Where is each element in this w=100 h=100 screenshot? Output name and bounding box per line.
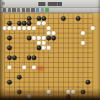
stone-black [27,55,32,60]
stone-white [71,90,76,95]
stone-white [22,65,27,70]
star-point [19,87,20,88]
stone-white [46,46,51,51]
stone-white [46,26,51,31]
star-point [48,57,49,58]
stone-black [66,95,71,100]
stone-white [51,31,56,36]
stone-white [7,65,12,70]
stone-black [32,55,37,60]
stone-black [76,16,81,21]
toolbar-icon-10[interactable] [45,8,48,11]
stone-white [37,21,42,26]
stone-white [81,41,86,46]
app-window: ███ – ████ ██ [0,0,100,100]
stone-white [32,65,37,70]
stone-white [37,41,42,46]
stone-white [27,95,32,100]
stone-white [42,41,47,46]
go-board[interactable] [0,13,100,100]
stone-black [7,21,12,26]
stone-black [51,36,56,41]
stone-white [42,46,47,51]
stone-black [46,36,51,41]
stone-white [81,31,86,36]
stone-black [27,36,32,41]
window-title: ███ – ████ ██ [38,2,61,6]
stone-black [61,16,66,21]
stone-black [7,46,12,51]
toolbar-icon-9[interactable] [41,8,44,11]
toolbar-icon-8[interactable] [36,8,39,11]
stone-black [27,21,32,26]
star-point [78,57,79,58]
stone-white [42,36,47,41]
star-point [78,28,79,29]
stone-white [91,26,96,31]
go-board-svg[interactable] [0,13,100,100]
stone-black [37,16,42,21]
stone-white [32,26,37,31]
stone-white [46,90,51,95]
stone-white [46,31,51,36]
move-marker [37,66,44,71]
toolbar-icon-6[interactable] [26,8,29,11]
stone-white [2,26,7,31]
stone-white [27,26,32,31]
toolbar-icon-7[interactable] [31,8,34,11]
stone-black [42,16,47,21]
stone-black [37,46,42,51]
stone-white [42,21,47,26]
stone-black [7,80,12,85]
stone-white [17,26,22,31]
stone-white [22,26,27,31]
stone-black [17,21,22,26]
stone-white [37,36,42,41]
stone-white [12,26,17,31]
star-point [48,87,49,88]
title-bar: ███ – ████ ██ [0,0,100,8]
stone-black [7,55,12,60]
stone-black [12,55,17,60]
stone-black [27,16,32,21]
toolbar-icon-4[interactable] [17,8,20,11]
stone-black [17,75,22,80]
toolbar-icon-3[interactable] [12,8,15,11]
stone-white [66,90,71,95]
stone-black [7,36,12,41]
star-point [78,87,79,88]
toolbar-icon-5[interactable] [22,8,25,11]
stone-black [17,90,22,95]
stone-black [86,80,91,85]
toolbar-icon-2[interactable] [8,8,11,11]
window-close-button[interactable] [2,2,5,5]
stone-white [32,36,37,41]
toolbar-icon-1[interactable] [3,8,6,11]
star-point [19,57,20,58]
board-markers [37,66,44,71]
stone-black [81,90,86,95]
stone-black [22,21,27,26]
stone-white [7,26,12,31]
